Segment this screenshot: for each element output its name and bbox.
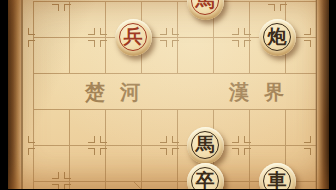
star-point-mark <box>88 28 95 35</box>
star-point-mark <box>88 136 95 143</box>
star-point-mark <box>244 28 251 35</box>
piece-black-cannon[interactable]: 炮 <box>259 19 296 56</box>
star-point-mark <box>244 136 251 143</box>
letterbox-bar-right <box>329 0 336 189</box>
star-point-mark <box>28 28 35 35</box>
board-cell[interactable] <box>177 37 213 73</box>
piece-red-soldier[interactable]: 兵 <box>115 19 152 56</box>
star-point-mark <box>28 148 35 155</box>
piece-ring: 兵 <box>119 23 147 51</box>
river-label-han: 漢界 <box>229 79 299 106</box>
star-point-mark <box>160 136 167 143</box>
board-cell[interactable] <box>105 109 141 145</box>
piece-ring: 馬 <box>191 131 219 159</box>
piece-ring: 車 <box>263 167 291 189</box>
star-point-mark <box>280 4 287 11</box>
board-cell[interactable] <box>69 181 105 189</box>
star-point-mark <box>100 136 107 143</box>
star-point-mark <box>160 148 167 155</box>
star-point-mark <box>160 28 167 35</box>
star-point-mark <box>232 136 239 143</box>
star-point-mark <box>28 136 35 143</box>
piece-black-horse[interactable]: 馬 <box>187 127 224 164</box>
star-point-mark <box>64 172 71 179</box>
piece-character: 車 <box>268 171 287 190</box>
star-point-mark <box>88 148 95 155</box>
star-point-mark <box>172 148 179 155</box>
piece-ring: 炮 <box>263 23 291 51</box>
board-cell[interactable] <box>285 109 321 145</box>
star-point-mark <box>304 148 311 155</box>
star-point-mark <box>52 172 59 179</box>
star-point-mark <box>100 40 107 47</box>
board-wood-edge-left <box>8 0 21 189</box>
star-point-mark <box>244 40 251 47</box>
star-point-mark <box>304 28 311 35</box>
piece-character: 馬 <box>196 0 215 10</box>
star-point-mark <box>88 40 95 47</box>
board-cell[interactable] <box>141 181 177 189</box>
piece-character: 炮 <box>268 27 287 46</box>
board-cell[interactable] <box>33 37 69 73</box>
letterbox-bar-left <box>0 0 8 189</box>
piece-ring: 馬 <box>191 0 219 15</box>
star-point-mark <box>268 4 275 11</box>
piece-ring: 卒 <box>191 167 219 189</box>
board-cell[interactable] <box>249 109 285 145</box>
star-point-mark <box>244 148 251 155</box>
xiangqi-app-screen: 楚河 漢界 馬兵炮馬卒車 <box>0 0 336 189</box>
star-point-mark <box>232 40 239 47</box>
star-point-mark <box>232 28 239 35</box>
star-point-mark <box>304 136 311 143</box>
star-point-mark <box>100 148 107 155</box>
star-point-mark <box>172 40 179 47</box>
star-point-mark <box>52 184 59 189</box>
star-point-mark <box>172 28 179 35</box>
star-point-mark <box>52 4 59 11</box>
board-cell[interactable] <box>33 109 69 145</box>
star-point-mark <box>160 40 167 47</box>
star-point-mark <box>64 4 71 11</box>
star-point-mark <box>100 28 107 35</box>
board-wood-edge-right <box>317 0 329 189</box>
river-label-chu: 楚河 <box>85 79 155 106</box>
star-point-mark <box>28 40 35 47</box>
star-point-mark <box>232 148 239 155</box>
star-point-mark <box>304 40 311 47</box>
xiangqi-board: 楚河 漢界 馬兵炮馬卒車 <box>8 0 329 189</box>
board-cell[interactable] <box>105 145 141 181</box>
board-cell[interactable] <box>33 73 69 109</box>
piece-character: 兵 <box>124 27 143 46</box>
star-point-mark <box>172 136 179 143</box>
piece-character: 馬 <box>196 135 215 154</box>
star-point-mark <box>64 184 71 189</box>
board-cell[interactable] <box>177 73 213 109</box>
piece-character: 卒 <box>196 171 215 190</box>
board-cell[interactable] <box>105 181 141 189</box>
